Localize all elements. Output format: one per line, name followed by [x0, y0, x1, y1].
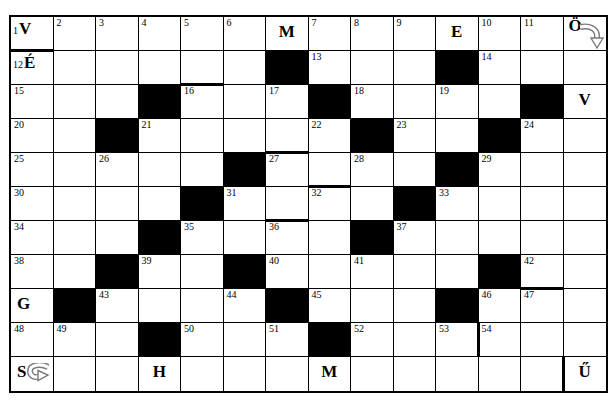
clue-number: 32	[312, 188, 322, 198]
clue-number-and-letter: 12É	[13, 54, 35, 71]
cell-r6c14[interactable]	[564, 187, 607, 221]
cell-r8c9[interactable]: 41	[351, 255, 394, 289]
given-letter: S	[17, 363, 26, 382]
cell-r8c5[interactable]	[181, 255, 224, 289]
cell-r5c14[interactable]	[564, 153, 607, 187]
clue-number: 15	[14, 86, 24, 96]
clue-number: 43	[99, 290, 109, 300]
cell-r8c2[interactable]	[54, 255, 97, 289]
black-cell-r7c9	[351, 221, 394, 255]
word-divider-bar	[265, 151, 309, 154]
black-cell-r8c12	[479, 255, 522, 289]
given-letter: M	[309, 363, 351, 382]
cell-r7c3[interactable]	[96, 221, 139, 255]
clue-number: 33	[439, 188, 449, 198]
given-letter: V	[19, 20, 31, 37]
cell-r9c4[interactable]	[139, 289, 182, 323]
cell-r8c1[interactable]: 38	[11, 255, 54, 289]
cell-r11c9[interactable]	[351, 357, 394, 391]
cell-r2c13[interactable]	[521, 51, 564, 85]
word-divider-bar	[562, 356, 565, 392]
cell-r11c11[interactable]	[436, 357, 479, 391]
clue-number: 23	[397, 120, 407, 130]
cell-r3c11[interactable]: 19	[436, 85, 479, 119]
black-cell-r3c4	[139, 85, 182, 119]
cell-r11c14[interactable]: Ű	[564, 357, 607, 391]
cell-r5c13[interactable]	[521, 153, 564, 187]
clue-number: 17	[269, 86, 279, 96]
cell-r10c2[interactable]: 49	[54, 323, 97, 357]
clue-number: 46	[482, 290, 492, 300]
clue-number: 20	[14, 120, 24, 130]
cell-r1c2[interactable]: 2	[54, 17, 97, 51]
cell-r8c13[interactable]: 42	[521, 255, 564, 289]
cell-r1c6[interactable]: 6	[224, 17, 267, 51]
cell-r1c12[interactable]: 10	[479, 17, 522, 51]
clue-number: 8	[354, 18, 359, 28]
cell-r3c1[interactable]: 15	[11, 85, 54, 119]
clue-number: 14	[482, 52, 492, 62]
cell-r6c12[interactable]	[479, 187, 522, 221]
cell-r11c3[interactable]	[96, 357, 139, 391]
cell-r7c8[interactable]	[309, 221, 352, 255]
given-letter: G	[17, 295, 30, 314]
word-divider-bar	[180, 83, 224, 86]
cell-r2c14[interactable]	[564, 51, 607, 85]
clue-number: 11	[524, 18, 534, 28]
word-divider-bar	[520, 287, 564, 290]
cell-r9c3[interactable]: 43	[96, 289, 139, 323]
cell-r7c10[interactable]: 37	[394, 221, 437, 255]
cell-r11c5[interactable]	[181, 357, 224, 391]
cell-r6c1[interactable]: 30	[11, 187, 54, 221]
cell-r2c2[interactable]	[54, 51, 97, 85]
clue-number: 19	[439, 86, 449, 96]
word-divider-bar	[10, 49, 54, 52]
cell-r2c4[interactable]	[139, 51, 182, 85]
cell-r8c10[interactable]	[394, 255, 437, 289]
cell-r10c10[interactable]	[394, 323, 437, 357]
clue-number: 25	[14, 154, 24, 164]
cell-r6c8[interactable]: 32	[309, 187, 352, 221]
clue-number: 31	[227, 188, 237, 198]
black-cell-r3c13	[521, 85, 564, 119]
cell-r2c3[interactable]	[96, 51, 139, 85]
cell-r1c13[interactable]: 11	[521, 17, 564, 51]
cell-r7c2[interactable]	[54, 221, 97, 255]
black-cell-r3c8	[309, 85, 352, 119]
cell-r10c12[interactable]: 54	[479, 323, 522, 357]
cell-r4c10[interactable]: 23	[394, 119, 437, 153]
cell-r6c2[interactable]	[54, 187, 97, 221]
clue-number: 10	[482, 18, 492, 28]
cell-r4c11[interactable]	[436, 119, 479, 153]
cell-r1c3[interactable]: 3	[96, 17, 139, 51]
clue-number: 38	[14, 256, 24, 266]
clue-number: 7	[312, 18, 317, 28]
cell-r1c7[interactable]: M	[266, 17, 309, 51]
cell-r10c11[interactable]: 53	[436, 323, 479, 357]
cell-r1c10[interactable]: 9	[394, 17, 437, 51]
clue-number: 24	[524, 120, 534, 130]
cell-r7c1[interactable]: 34	[11, 221, 54, 255]
clue-number: 42	[524, 256, 534, 266]
black-cell-r4c12	[479, 119, 522, 153]
cell-r5c4[interactable]	[139, 153, 182, 187]
cell-r4c1[interactable]: 20	[11, 119, 54, 153]
cell-r10c3[interactable]	[96, 323, 139, 357]
cell-r5c12[interactable]: 29	[479, 153, 522, 187]
cell-r9c8[interactable]: 45	[309, 289, 352, 323]
cell-r7c12[interactable]	[479, 221, 522, 255]
black-cell-r8c3	[96, 255, 139, 289]
cell-r2c5[interactable]	[181, 51, 224, 85]
cell-r1c8[interactable]: 7	[309, 17, 352, 51]
cell-r7c14[interactable]	[564, 221, 607, 255]
black-cell-r6c10	[394, 187, 437, 221]
cell-r10c6[interactable]	[224, 323, 267, 357]
cell-r2c12[interactable]: 14	[479, 51, 522, 85]
clue-number: 48	[14, 324, 24, 334]
cell-r3c10[interactable]	[394, 85, 437, 119]
cell-r8c4[interactable]: 39	[139, 255, 182, 289]
cell-r5c10[interactable]	[394, 153, 437, 187]
cell-r4c14[interactable]	[564, 119, 607, 153]
clue-number: 51	[269, 324, 279, 334]
cell-r7c5[interactable]: 35	[181, 221, 224, 255]
cell-r4c8[interactable]: 22	[309, 119, 352, 153]
cell-r11c12[interactable]	[479, 357, 522, 391]
black-cell-r6c5	[181, 187, 224, 221]
cell-r9c9[interactable]	[351, 289, 394, 323]
clue-number: 45	[312, 290, 322, 300]
cell-r11c8[interactable]: M	[309, 357, 352, 391]
cell-r7c7[interactable]: 36	[266, 221, 309, 255]
cell-r2c9[interactable]	[351, 51, 394, 85]
given-letter: É	[24, 54, 35, 71]
clue-number: 34	[14, 222, 24, 232]
cell-r8c8[interactable]	[309, 255, 352, 289]
cell-r2c8[interactable]: 13	[309, 51, 352, 85]
cell-r9c13[interactable]: 47	[521, 289, 564, 323]
clue-number: 41	[354, 256, 364, 266]
black-cell-r8c6	[224, 255, 267, 289]
clue-number: 50	[184, 324, 194, 334]
cell-r1c14[interactable]: Ö	[564, 17, 607, 51]
word-divider-bar	[265, 219, 309, 222]
cell-r9c12[interactable]: 46	[479, 289, 522, 323]
black-cell-r9c11	[436, 289, 479, 323]
cell-r10c5[interactable]: 50	[181, 323, 224, 357]
cell-r1c1[interactable]: 1V	[11, 17, 54, 51]
clue-number: 6	[227, 18, 232, 28]
cell-r6c11[interactable]: 33	[436, 187, 479, 221]
clue-number: 9	[397, 18, 402, 28]
curved-arrow-down-icon	[577, 23, 605, 50]
given-letter: Ű	[564, 363, 607, 382]
cell-r1c5[interactable]: 5	[181, 17, 224, 51]
cell-r11c4[interactable]: H	[139, 357, 182, 391]
clue-number: 39	[142, 256, 152, 266]
cell-r5c9[interactable]: 28	[351, 153, 394, 187]
cell-r6c9[interactable]	[351, 187, 394, 221]
black-cell-r4c3	[96, 119, 139, 153]
clue-number: 37	[397, 222, 407, 232]
cell-r6c7[interactable]	[266, 187, 309, 221]
clue-number: 47	[524, 290, 534, 300]
clue-number: 2	[57, 18, 62, 28]
clue-number: 36	[269, 222, 279, 232]
cell-r10c7[interactable]: 51	[266, 323, 309, 357]
clue-number: 1	[13, 26, 18, 36]
given-letter: H	[139, 363, 181, 382]
cell-r1c4[interactable]: 4	[139, 17, 182, 51]
curved-arrow-loop-left-icon	[27, 363, 51, 383]
cell-r5c3[interactable]: 26	[96, 153, 139, 187]
cell-r9c10[interactable]	[394, 289, 437, 323]
cell-r4c6[interactable]	[224, 119, 267, 153]
clue-number: 44	[227, 290, 237, 300]
cell-r2c6[interactable]	[224, 51, 267, 85]
cell-r6c3[interactable]	[96, 187, 139, 221]
clue-number: 35	[184, 222, 194, 232]
cell-r1c11[interactable]: E	[436, 17, 479, 51]
clue-number: 29	[482, 154, 492, 164]
clue-number: 40	[269, 256, 279, 266]
black-cell-r10c4	[139, 323, 182, 357]
cell-r4c5[interactable]	[181, 119, 224, 153]
clue-number: 22	[312, 120, 322, 130]
black-cell-r9c7	[266, 289, 309, 323]
cell-r3c12[interactable]	[479, 85, 522, 119]
cell-r9c1[interactable]: G	[11, 289, 54, 323]
cell-r4c7[interactable]	[266, 119, 309, 153]
clue-number: 49	[57, 324, 67, 334]
cell-r2c1[interactable]: 12É	[11, 51, 54, 85]
cell-r8c14[interactable]	[564, 255, 607, 289]
cell-r3c7[interactable]: 17	[266, 85, 309, 119]
cell-r9c14[interactable]	[564, 289, 607, 323]
cell-r10c9[interactable]: 52	[351, 323, 394, 357]
cell-r5c7[interactable]: 27	[266, 153, 309, 187]
clue-number: 53	[439, 324, 449, 334]
given-letter: M	[266, 23, 308, 42]
clue-number: 18	[354, 86, 364, 96]
clue-number: 12	[13, 60, 23, 70]
cell-r11c6[interactable]	[224, 357, 267, 391]
cell-r10c14[interactable]	[564, 323, 607, 357]
black-cell-r2c11	[436, 51, 479, 85]
cell-r3c14[interactable]: V	[564, 85, 607, 119]
cell-r2c10[interactable]	[394, 51, 437, 85]
cell-r5c5[interactable]	[181, 153, 224, 187]
crossword-grid: 1V23456M789E1011Ö12É13141516171819V20212…	[9, 15, 608, 393]
cell-r11c2[interactable]	[54, 357, 97, 391]
cell-r11c1[interactable]: S	[11, 357, 54, 391]
word-divider-bar	[308, 185, 352, 188]
cell-r7c6[interactable]	[224, 221, 267, 255]
black-cell-r5c11	[436, 153, 479, 187]
cell-r3c3[interactable]	[96, 85, 139, 119]
black-cell-r2c7	[266, 51, 309, 85]
cell-r3c5[interactable]: 16	[181, 85, 224, 119]
clue-number: 4	[142, 18, 147, 28]
cell-r11c13[interactable]	[521, 357, 564, 391]
clue-number: 16	[184, 86, 194, 96]
cell-r11c10[interactable]	[394, 357, 437, 391]
cell-r11c7[interactable]	[266, 357, 309, 391]
black-cell-r9c2	[54, 289, 97, 323]
clue-number: 28	[354, 154, 364, 164]
black-cell-r10c8	[309, 323, 352, 357]
clue-number: 13	[312, 52, 322, 62]
cell-r8c11[interactable]	[436, 255, 479, 289]
cell-r5c2[interactable]	[54, 153, 97, 187]
clue-number: 3	[99, 18, 104, 28]
given-letter: E	[436, 23, 478, 42]
cell-r6c4[interactable]	[139, 187, 182, 221]
cell-r10c13[interactable]	[521, 323, 564, 357]
black-cell-r7c4	[139, 221, 182, 255]
clue-number: 54	[482, 324, 492, 334]
cell-r7c13[interactable]	[521, 221, 564, 255]
cell-r4c13[interactable]: 24	[521, 119, 564, 153]
cell-r3c6[interactable]	[224, 85, 267, 119]
clue-number: 5	[184, 18, 189, 28]
cell-r6c13[interactable]	[521, 187, 564, 221]
cell-r7c11[interactable]	[436, 221, 479, 255]
clue-number: 26	[99, 154, 109, 164]
black-cell-r4c9	[351, 119, 394, 153]
given-letter: V	[564, 91, 607, 110]
cell-r9c6[interactable]: 44	[224, 289, 267, 323]
cell-r9c5[interactable]	[181, 289, 224, 323]
word-divider-bar	[477, 322, 480, 357]
clue-number: 27	[269, 154, 279, 164]
cell-r8c7[interactable]: 40	[266, 255, 309, 289]
clue-number: 30	[14, 188, 24, 198]
cell-r5c1[interactable]: 25	[11, 153, 54, 187]
clue-number-and-letter: 1V	[13, 20, 31, 37]
cell-r10c1[interactable]: 48	[11, 323, 54, 357]
cell-r3c9[interactable]: 18	[351, 85, 394, 119]
clue-number: 52	[354, 324, 364, 334]
clue-number: 21	[142, 120, 152, 130]
cell-r4c4[interactable]: 21	[139, 119, 182, 153]
cell-r1c9[interactable]: 8	[351, 17, 394, 51]
black-cell-r5c6	[224, 153, 267, 187]
cell-r5c8[interactable]	[309, 153, 352, 187]
cell-r6c6[interactable]: 31	[224, 187, 267, 221]
cell-r3c2[interactable]	[54, 85, 97, 119]
cell-r4c2[interactable]	[54, 119, 97, 153]
